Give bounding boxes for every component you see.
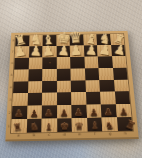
square[interactable] (28, 57, 42, 69)
square[interactable]: ♟ (101, 104, 117, 117)
square[interactable] (112, 56, 127, 68)
square[interactable]: ♟ (15, 46, 29, 57)
square[interactable]: ♟ (97, 45, 111, 56)
square[interactable] (27, 81, 42, 94)
file-label: c (41, 132, 56, 138)
black-pawn[interactable]: ♟ (74, 108, 83, 118)
square[interactable] (84, 56, 99, 68)
square[interactable] (56, 57, 70, 69)
square[interactable] (100, 92, 115, 105)
black-rook[interactable]: ♜ (124, 119, 138, 133)
square[interactable]: ♝ (87, 118, 103, 132)
square[interactable] (42, 69, 56, 81)
black-bishop[interactable]: ♝ (44, 122, 53, 132)
square[interactable]: ♟ (42, 105, 57, 118)
white-pawn[interactable]: ♟ (99, 42, 113, 57)
square[interactable] (28, 69, 42, 81)
square[interactable]: ♟ (115, 104, 131, 117)
square[interactable]: ♟ (83, 45, 97, 56)
black-pawn[interactable]: ♟ (89, 108, 99, 118)
square[interactable] (42, 93, 57, 106)
square[interactable] (14, 69, 29, 81)
black-pawn[interactable]: ♟ (15, 109, 24, 119)
square[interactable]: ♛ (72, 118, 88, 132)
square[interactable] (71, 92, 86, 105)
file-label: a (11, 132, 27, 138)
square[interactable]: ♜ (116, 117, 132, 131)
file-label: f (87, 131, 103, 137)
square[interactable] (85, 80, 100, 93)
square[interactable] (98, 68, 113, 80)
black-rook[interactable]: ♜ (12, 122, 23, 134)
white-pawn[interactable]: ♟ (70, 43, 83, 57)
square[interactable]: ♟ (57, 105, 72, 118)
square[interactable] (99, 79, 114, 92)
black-queen[interactable]: ♛ (75, 122, 85, 132)
square[interactable] (84, 68, 99, 80)
black-pawn[interactable]: ♟ (59, 109, 68, 119)
black-pawn[interactable]: ♟ (104, 108, 114, 118)
square[interactable]: ♟ (29, 46, 43, 57)
white-pawn[interactable]: ♟ (30, 44, 43, 58)
file-label: h (118, 130, 134, 136)
square[interactable]: ♚ (57, 118, 72, 132)
file-label: g (102, 130, 118, 136)
file-label: d (57, 131, 72, 137)
file-label: e (72, 131, 87, 137)
square[interactable] (114, 91, 130, 104)
square[interactable] (70, 68, 85, 80)
square[interactable]: ♟ (42, 46, 56, 57)
black-knight[interactable]: ♞ (29, 122, 38, 132)
square[interactable]: ♟ (27, 106, 42, 119)
square[interactable]: ♟ (71, 105, 86, 118)
square[interactable] (70, 57, 84, 69)
rank-label: 4 (8, 81, 13, 93)
black-bishop[interactable]: ♝ (90, 121, 100, 131)
square[interactable] (12, 93, 27, 106)
square[interactable]: ♟ (12, 106, 27, 119)
square[interactable] (27, 93, 42, 106)
square[interactable]: ♝ (42, 119, 57, 133)
file-label: b (26, 132, 41, 138)
square[interactable]: ♞ (102, 117, 118, 131)
square[interactable] (42, 80, 56, 93)
rank-label: 3 (8, 94, 13, 107)
square[interactable] (56, 80, 71, 93)
square[interactable]: ♞ (26, 119, 41, 133)
black-pawn[interactable]: ♟ (44, 109, 53, 119)
white-pawn[interactable]: ♟ (57, 43, 70, 58)
rank-label: 2 (7, 106, 12, 119)
square[interactable] (56, 68, 70, 80)
black-king[interactable]: ♚ (60, 122, 70, 132)
square[interactable] (112, 67, 127, 79)
black-knight[interactable]: ♞ (105, 121, 115, 131)
black-pawn[interactable]: ♟ (30, 109, 39, 119)
board-frame: ♜♞♝♚♛♝♞♜♟♟♟♟♟♟♟♟♟♟♟♟♟♟♟♟♜♞♝♚♛♝♞♜ abcdefg… (5, 31, 139, 142)
square[interactable] (13, 81, 28, 94)
square[interactable] (42, 57, 56, 69)
square[interactable]: ♟ (86, 105, 102, 118)
square[interactable] (14, 57, 28, 69)
white-pawn[interactable]: ♟ (42, 43, 55, 58)
square[interactable] (98, 56, 113, 68)
square[interactable] (71, 80, 86, 93)
board-grid: ♜♞♝♚♛♝♞♜♟♟♟♟♟♟♟♟♟♟♟♟♟♟♟♟♜♞♝♚♛♝♞♜ (11, 34, 133, 133)
white-pawn[interactable]: ♟ (85, 43, 98, 57)
square[interactable] (113, 79, 128, 91)
black-pawn[interactable]: ♟ (119, 108, 129, 118)
square[interactable]: ♟ (56, 46, 70, 57)
square[interactable]: ♜ (11, 119, 27, 133)
white-pawn[interactable]: ♟ (113, 41, 128, 57)
square[interactable] (56, 93, 71, 106)
square[interactable]: ♟ (111, 45, 126, 56)
square[interactable]: ♟ (70, 45, 84, 56)
rank-label: 5 (9, 69, 14, 81)
square[interactable] (85, 92, 100, 105)
white-pawn[interactable]: ♟ (14, 43, 28, 58)
chessboard-photo: ♜♞♝♚♛♝♞♜♟♟♟♟♟♟♟♟♟♟♟♟♟♟♟♟♜♞♝♚♛♝♞♜ abcdefg… (3, 14, 139, 146)
